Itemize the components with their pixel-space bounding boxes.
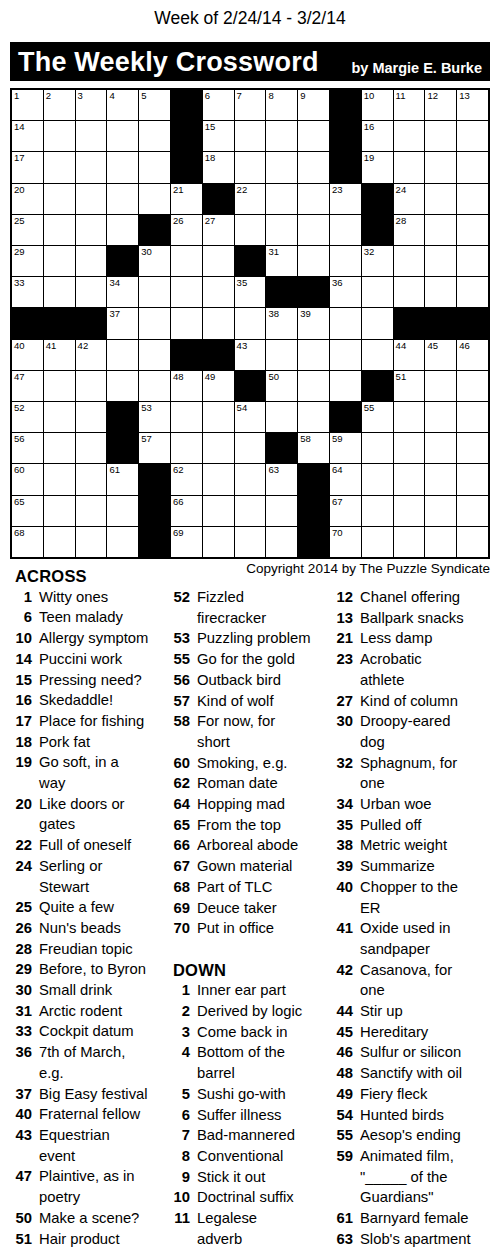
grid-cell[interactable]: 55 [362,402,393,432]
grid-cell[interactable] [298,340,329,370]
grid-cell[interactable] [76,277,107,307]
grid-cell[interactable] [107,371,138,401]
grid-cell[interactable] [203,277,234,307]
cell-number: 59 [332,433,343,444]
cell-number: 1 [14,90,19,101]
grid-cell[interactable]: 40 [12,340,43,370]
cell-number: 38 [268,308,279,319]
grid-cell[interactable]: 18 [203,152,234,182]
grid-cell[interactable]: 33 [12,277,43,307]
grid-cell[interactable]: 30 [139,246,170,276]
clue-text: Fizzled firecracker [197,587,328,628]
grid-cell[interactable] [330,215,361,245]
grid-cell[interactable]: 57 [139,433,170,463]
grid-cell[interactable] [266,152,297,182]
grid-cell[interactable] [266,402,297,432]
grid-cell-black [203,340,234,370]
cell-number: 39 [300,308,311,319]
grid-cell[interactable] [76,433,107,463]
clue: 28Freudian topic [10,939,168,960]
grid-cell[interactable]: 16 [362,121,393,151]
grid-cell[interactable] [76,246,107,276]
grid-cell-black [298,464,329,494]
clue: 30Small drink [10,980,168,1001]
cell-number: 55 [364,402,375,413]
grid-cell[interactable]: 13 [457,90,488,120]
cell-number: 36 [332,277,343,288]
grid-cell[interactable]: 3 [76,90,107,120]
clue: 66Arboreal abode [168,835,328,856]
clue-text: Fraternal fellow [39,1104,168,1125]
grid-cell[interactable] [457,527,488,557]
grid-cell[interactable] [425,277,456,307]
grid-cell[interactable] [425,371,456,401]
grid-cell[interactable] [394,433,425,463]
clue-text: Aesop's ending [360,1125,496,1146]
grid-cell[interactable] [362,527,393,557]
grid-cell[interactable] [76,496,107,526]
grid-cell[interactable] [457,246,488,276]
grid-cell[interactable]: 42 [76,340,107,370]
grid-cell[interactable]: 22 [235,184,266,214]
grid-cell[interactable]: 66 [171,496,202,526]
grid-cell[interactable] [107,496,138,526]
grid-cell[interactable]: 60 [12,464,43,494]
grid-cell[interactable]: 2 [44,90,75,120]
grid-cell[interactable] [44,121,75,151]
clue-number: 18 [10,732,32,753]
grid-cell[interactable]: 43 [235,340,266,370]
clue-text: Full of oneself [39,835,168,856]
grid-cell[interactable] [44,152,75,182]
grid-cell[interactable]: 37 [107,308,138,338]
grid-cell[interactable]: 19 [362,152,393,182]
grid-cell[interactable] [266,340,297,370]
grid-cell[interactable]: 8 [266,90,297,120]
grid-cell[interactable] [362,308,393,338]
clue: 54Hunted birds [331,1105,496,1126]
grid-cell[interactable] [203,433,234,463]
grid-cell[interactable] [44,215,75,245]
clue-number: 10 [168,1187,190,1208]
clue-text: Skedaddle! [39,690,168,711]
grid-cell-black [171,90,202,120]
grid-cell-black [76,308,107,338]
grid-cell[interactable] [44,496,75,526]
grid-cell[interactable] [425,184,456,214]
clue-text: Slob's apartment [360,1229,496,1250]
clue-text: Make a scene? [39,1208,168,1229]
cell-number: 67 [332,496,343,507]
cell-number: 10 [364,90,375,101]
grid-cell[interactable] [139,277,170,307]
clue-number: 38 [331,835,353,856]
cell-number: 3 [78,90,83,101]
grid-cell[interactable] [457,215,488,245]
grid-cell[interactable]: 10 [362,90,393,120]
grid-cell[interactable] [457,121,488,151]
grid-cell[interactable]: 28 [394,215,425,245]
grid-cell[interactable] [107,121,138,151]
grid-cell[interactable] [425,246,456,276]
grid-cell[interactable] [298,121,329,151]
clue: 65From the top [168,815,328,836]
grid-cell[interactable]: 68 [12,527,43,557]
grid-cell[interactable] [235,527,266,557]
grid-cell[interactable]: 17 [12,152,43,182]
grid-cell[interactable]: 45 [425,340,456,370]
grid-cell[interactable] [425,496,456,526]
grid-cell[interactable]: 24 [394,184,425,214]
grid-cell[interactable] [394,121,425,151]
grid-cell[interactable] [425,121,456,151]
clue: 58For now, for short [168,711,328,752]
grid-cell[interactable] [107,152,138,182]
cell-number: 40 [14,340,25,351]
grid-cell[interactable] [457,371,488,401]
cell-number: 66 [173,496,184,507]
clue: 6Teen malady [10,607,168,628]
grid-cell[interactable]: 58 [298,433,329,463]
grid-cell[interactable]: 7 [235,90,266,120]
cell-number: 42 [78,340,89,351]
grid-cell[interactable] [76,527,107,557]
grid-cell[interactable] [76,152,107,182]
clue-text: Small drink [39,980,168,1001]
grid-cell[interactable] [394,277,425,307]
grid-cell[interactable]: 26 [171,215,202,245]
grid-cell[interactable] [457,402,488,432]
grid-cell[interactable] [107,184,138,214]
grid-cell-black [235,371,266,401]
grid-cell[interactable]: 5 [139,90,170,120]
grid-cell-black [139,527,170,557]
grid-cell[interactable] [171,433,202,463]
grid-cell[interactable]: 48 [171,371,202,401]
grid-cell[interactable] [362,340,393,370]
grid-cell[interactable] [362,433,393,463]
grid-cell-black [107,402,138,432]
grid-cell[interactable] [266,184,297,214]
grid-cell[interactable] [394,152,425,182]
clue-number: 44 [331,1001,353,1022]
grid-cell[interactable] [203,527,234,557]
clue-number: 66 [168,835,190,856]
grid-cell[interactable]: 15 [203,121,234,151]
grid-cell[interactable]: 41 [44,340,75,370]
grid-cell-black [139,496,170,526]
cell-number: 33 [14,277,25,288]
grid-cell[interactable] [425,215,456,245]
clue-number: 29 [10,959,32,980]
grid-cell[interactable] [44,371,75,401]
clue: 51Hair product [10,1229,168,1250]
grid-cell[interactable] [235,308,266,338]
clue-number: 40 [10,1104,32,1125]
grid-cell[interactable] [203,246,234,276]
grid-cell[interactable]: 54 [235,402,266,432]
grid-cell[interactable] [235,121,266,151]
down-header: DOWN [173,960,328,981]
grid-cell[interactable] [171,402,202,432]
clue-number: 5 [168,1084,190,1105]
grid-cell[interactable]: 47 [12,371,43,401]
grid-cell[interactable] [171,246,202,276]
grid-cell[interactable] [266,527,297,557]
grid-cell[interactable] [394,246,425,276]
grid-cell-black [298,527,329,557]
grid-cell[interactable] [266,496,297,526]
grid-cell[interactable]: 56 [12,433,43,463]
clue-number: 57 [168,691,190,712]
grid-cell[interactable] [139,371,170,401]
grid-cell[interactable] [266,215,297,245]
grid-cell[interactable] [425,402,456,432]
grid-cell[interactable] [235,464,266,494]
clue-number: 3 [168,1022,190,1043]
grid-cell[interactable] [394,464,425,494]
grid-cell[interactable] [44,184,75,214]
grid-cell[interactable] [235,496,266,526]
grid-cell[interactable] [457,277,488,307]
grid-cell[interactable] [362,464,393,494]
clue-text: Come back in [197,1022,328,1043]
clue-text: Pulled off [360,815,496,836]
cell-number: 46 [459,340,470,351]
clue-number: 12 [331,587,353,608]
grid-cell[interactable] [139,121,170,151]
clue-text: Hopping mad [197,794,328,815]
grid-cell[interactable] [107,340,138,370]
grid-cell[interactable] [330,308,361,338]
grid-cell[interactable]: 62 [171,464,202,494]
grid-cell[interactable]: 31 [266,246,297,276]
clue: 31Arctic rodent [10,1001,168,1022]
puzzle-title: The Weekly Crossword [18,49,319,81]
clue-number: 4 [168,1042,190,1083]
clues-column-1: ACROSS 1Witty ones6Teen malady10Allergy … [10,566,168,1249]
grid-cell[interactable] [362,277,393,307]
grid-cell[interactable] [139,152,170,182]
grid-cell[interactable] [425,433,456,463]
grid-cell[interactable]: 65 [12,496,43,526]
grid-cell[interactable] [107,215,138,245]
grid-cell[interactable] [298,215,329,245]
grid-cell[interactable] [457,464,488,494]
grid-cell[interactable] [76,184,107,214]
grid-cell[interactable]: 14 [12,121,43,151]
grid-cell[interactable] [76,464,107,494]
grid-cell[interactable] [425,152,456,182]
grid-cell[interactable] [76,121,107,151]
grid-cell[interactable]: 12 [425,90,456,120]
grid-cell[interactable] [298,371,329,401]
cell-number: 34 [109,277,120,288]
grid-cell[interactable] [298,402,329,432]
cell-number: 7 [237,90,242,101]
clue-text: Stick it out [197,1167,328,1188]
grid-cell[interactable] [107,527,138,557]
grid-cell[interactable] [44,464,75,494]
grid-cell[interactable] [139,340,170,370]
grid-cell[interactable]: 25 [12,215,43,245]
grid-cell[interactable]: 23 [330,184,361,214]
grid-cell[interactable]: 39 [298,308,329,338]
clue: 39Summarize [331,856,496,877]
grid-cell[interactable]: 64 [330,464,361,494]
grid-cell[interactable]: 32 [362,246,393,276]
grid-cell[interactable]: 29 [12,246,43,276]
clue-number: 50 [10,1208,32,1229]
grid-cell[interactable]: 34 [107,277,138,307]
clue-number: 55 [331,1125,353,1146]
grid-cell[interactable] [457,496,488,526]
grid-cell[interactable] [171,277,202,307]
grid-cell[interactable]: 59 [330,433,361,463]
cell-number: 21 [173,184,184,195]
grid-cell[interactable] [139,308,170,338]
grid-cell[interactable] [394,402,425,432]
clue-number: 39 [331,856,353,877]
grid-cell[interactable]: 51 [394,371,425,401]
cell-number: 61 [109,464,120,475]
grid-cell[interactable] [76,371,107,401]
grid-cell[interactable] [266,121,297,151]
grid-cell[interactable] [44,277,75,307]
grid-cell[interactable] [425,464,456,494]
cell-number: 8 [268,90,273,101]
grid-cell[interactable] [235,215,266,245]
clue-number: 25 [10,897,32,918]
grid-cell[interactable] [76,402,107,432]
grid-cell[interactable] [203,496,234,526]
clue-number: 23 [331,649,353,690]
grid-cell[interactable]: 70 [330,527,361,557]
grid-cell[interactable]: 4 [107,90,138,120]
grid-cell[interactable] [362,496,393,526]
clue: 7Bad-mannered [168,1125,328,1146]
cell-number: 43 [237,340,248,351]
grid-cell[interactable]: 35 [235,277,266,307]
grid-cell[interactable] [235,152,266,182]
cell-number: 12 [427,90,438,101]
clue: 48Sanctify with oil [331,1063,496,1084]
grid-cell[interactable]: 67 [330,496,361,526]
clue-text: Place for fishing [39,711,168,732]
grid-cell[interactable] [457,152,488,182]
grid-cell[interactable] [203,464,234,494]
grid-cell[interactable] [394,496,425,526]
clue-text: Legalese adverb [197,1208,328,1249]
grid-cell[interactable] [330,371,361,401]
cell-number: 18 [205,152,216,163]
cell-number: 49 [205,371,216,382]
grid-cell[interactable] [203,308,234,338]
grid-cell[interactable]: 1 [12,90,43,120]
grid-cell[interactable] [203,402,234,432]
cell-number: 6 [205,90,210,101]
clue-text: Go for the gold [197,649,328,670]
cell-number: 5 [141,90,146,101]
grid-cell[interactable]: 36 [330,277,361,307]
grid-cell[interactable] [139,184,170,214]
grid-cell[interactable] [44,527,75,557]
clue-number: 43 [10,1125,32,1166]
clue-text: Nun's beads [39,918,168,939]
grid-cell-black [298,496,329,526]
clue: 45Hereditary [331,1022,496,1043]
grid-cell[interactable] [425,527,456,557]
grid-cell[interactable] [44,433,75,463]
grid-cell[interactable]: 49 [203,371,234,401]
grid-cell[interactable] [171,308,202,338]
clue: 43Equestrian event [10,1125,168,1166]
cell-number: 29 [14,246,25,257]
grid-cell[interactable]: 6 [203,90,234,120]
grid-cell[interactable] [457,184,488,214]
clue: 57Kind of wolf [168,691,328,712]
grid-cell[interactable]: 69 [171,527,202,557]
clue-text: Smoking, e.g. [197,753,328,774]
clue-number: 7 [168,1125,190,1146]
grid-cell[interactable]: 61 [107,464,138,494]
grid-cell[interactable]: 38 [266,308,297,338]
clue-number: 47 [10,1166,32,1207]
grid-cell[interactable] [44,402,75,432]
grid-cell-black [171,121,202,151]
grid-cell[interactable] [44,246,75,276]
grid-cell[interactable] [298,184,329,214]
clue-number: 64 [168,794,190,815]
grid-cell[interactable]: 50 [266,371,297,401]
grid-cell[interactable]: 44 [394,340,425,370]
grid-cell[interactable]: 9 [298,90,329,120]
cell-number: 19 [364,152,375,163]
grid-cell[interactable]: 11 [394,90,425,120]
grid-cell[interactable] [235,433,266,463]
grid-cell[interactable] [457,433,488,463]
grid-cell[interactable]: 20 [12,184,43,214]
grid-cell[interactable]: 21 [171,184,202,214]
grid-cell-black [330,152,361,182]
grid-cell[interactable]: 53 [139,402,170,432]
grid-cell[interactable] [76,215,107,245]
grid-cell[interactable]: 27 [203,215,234,245]
clue-text: Stir up [360,1001,496,1022]
grid-cell[interactable] [330,246,361,276]
clue-text: Equestrian event [39,1125,168,1166]
clue-text: Derived by logic [197,1001,328,1022]
grid-cell[interactable]: 52 [12,402,43,432]
grid-cell[interactable] [298,152,329,182]
grid-cell[interactable]: 46 [457,340,488,370]
cell-number: 27 [205,215,216,226]
grid-cell-black [139,464,170,494]
grid-cell[interactable] [394,527,425,557]
clue: 55Go for the gold [168,649,328,670]
grid-cell[interactable] [298,246,329,276]
clue-text: Sulfur or silicon [360,1042,496,1063]
clue-text: Metric weight [360,835,496,856]
across-clues-1: 1Witty ones6Teen malady10Allergy symptom… [10,587,168,1250]
cell-number: 13 [459,90,470,101]
clue-text: Sphagnum, for one [360,753,496,794]
clue: 9Stick it out [168,1167,328,1188]
grid-cell[interactable]: 63 [266,464,297,494]
grid-cell[interactable] [330,340,361,370]
cell-number: 28 [396,215,407,226]
clue-text: Puccini work [39,649,168,670]
